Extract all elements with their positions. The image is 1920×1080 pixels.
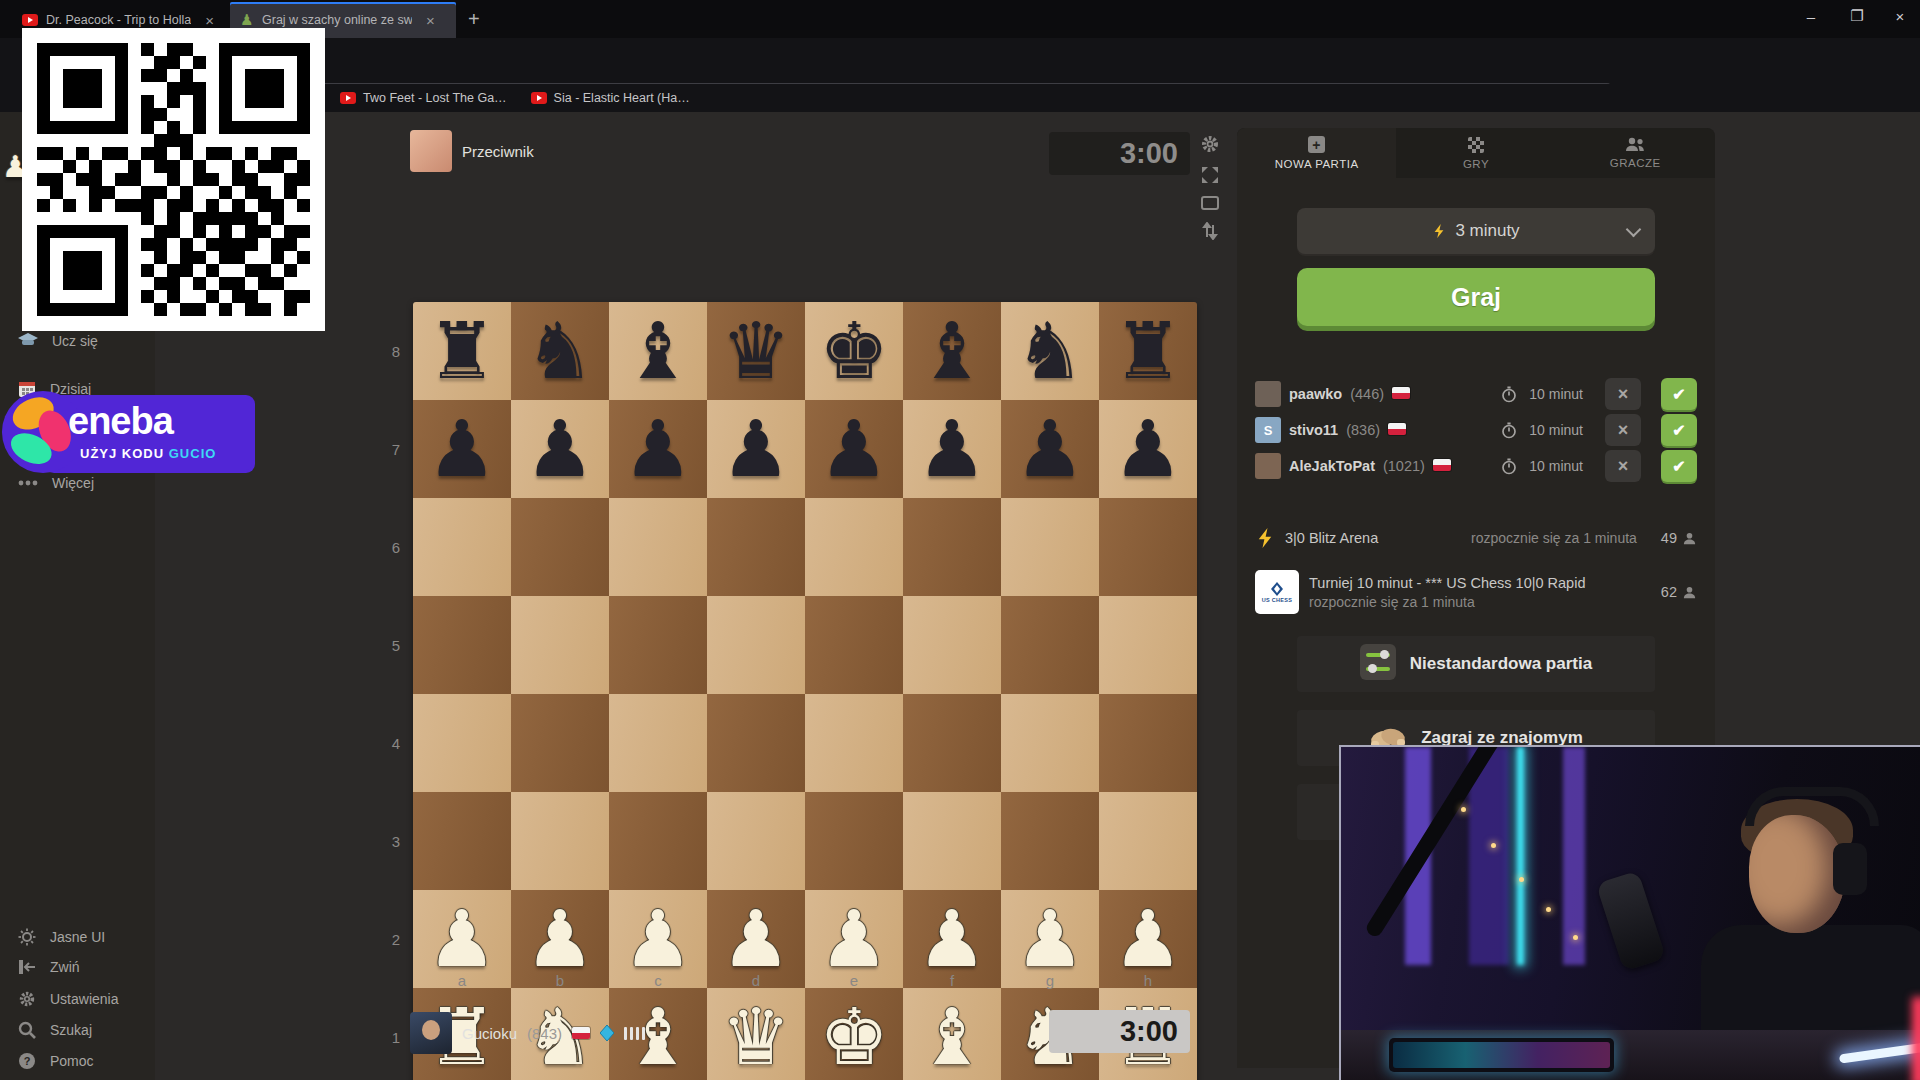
qr-module bbox=[128, 147, 141, 160]
qr-module bbox=[284, 95, 297, 108]
square-a7[interactable]: ♟ bbox=[413, 400, 511, 498]
qr-module bbox=[271, 212, 284, 225]
qr-module bbox=[219, 277, 232, 290]
qr-code-overlay bbox=[22, 28, 325, 331]
search-icon bbox=[18, 1021, 36, 1039]
square-f3[interactable] bbox=[903, 792, 1001, 890]
qr-module bbox=[102, 108, 115, 121]
qr-module bbox=[206, 134, 219, 147]
qr-module bbox=[193, 290, 206, 303]
piece-black-pawn[interactable]: ♟ bbox=[1015, 410, 1085, 488]
play-button[interactable]: Graj bbox=[1297, 268, 1655, 326]
qr-module bbox=[167, 147, 180, 160]
square-b6[interactable] bbox=[511, 498, 609, 596]
piece-black-rook[interactable]: ♜ bbox=[427, 312, 497, 390]
piece-black-pawn[interactable]: ♟ bbox=[525, 410, 595, 488]
action-label: Niestandardowa partia bbox=[1410, 654, 1592, 674]
qr-module bbox=[297, 290, 310, 303]
qr-module bbox=[89, 212, 102, 225]
board-controls bbox=[1200, 134, 1220, 240]
qr-module bbox=[115, 290, 128, 303]
qr-module bbox=[271, 134, 284, 147]
accept-challenge-button[interactable]: ✔ bbox=[1661, 414, 1697, 446]
piece-black-king[interactable]: ♚ bbox=[819, 312, 889, 390]
sidebar-item-szukaj[interactable]: Szukaj bbox=[18, 1021, 92, 1039]
accept-challenge-button[interactable]: ✔ bbox=[1661, 450, 1697, 482]
square-h5[interactable] bbox=[1099, 596, 1197, 694]
rank-label-3: 3 bbox=[386, 833, 406, 850]
qr-module bbox=[180, 82, 193, 95]
qr-module bbox=[245, 264, 258, 277]
qr-module bbox=[50, 173, 63, 186]
square-d4[interactable] bbox=[707, 694, 805, 792]
qr-module bbox=[50, 82, 63, 95]
piece-black-bishop[interactable]: ♝ bbox=[917, 312, 987, 390]
rank-label-4: 4 bbox=[386, 735, 406, 752]
qr-module bbox=[245, 108, 258, 121]
challenger-name: AleJakToPat bbox=[1289, 458, 1375, 474]
new-tab-button[interactable]: + bbox=[468, 8, 480, 31]
piece-white-pawn[interactable]: ♟ bbox=[427, 900, 497, 978]
qr-module bbox=[232, 238, 245, 251]
qr-module bbox=[297, 134, 310, 147]
qr-module bbox=[232, 290, 245, 303]
player-info: Gucioku (843) bbox=[410, 1012, 645, 1054]
qr-module bbox=[271, 43, 284, 56]
square-d6[interactable] bbox=[707, 498, 805, 596]
square-g4[interactable] bbox=[1001, 694, 1099, 792]
piece-white-pawn[interactable]: ♟ bbox=[1015, 900, 1085, 978]
square-f1[interactable]: ♝ bbox=[903, 988, 1001, 1080]
qr-module bbox=[115, 147, 128, 160]
qr-module bbox=[128, 160, 141, 173]
square-e7[interactable]: ♟ bbox=[805, 400, 903, 498]
piece-black-rook[interactable]: ♜ bbox=[1113, 312, 1183, 390]
qr-module bbox=[76, 108, 89, 121]
qr-module bbox=[63, 82, 76, 95]
qr-module bbox=[258, 264, 271, 277]
qr-module bbox=[297, 264, 310, 277]
tournament-row[interactable]: 3|0 Blitz Arenarozpocznie się za 1 minut… bbox=[1255, 520, 1697, 556]
qr-module bbox=[102, 303, 115, 316]
challenger-name: paawko bbox=[1289, 386, 1342, 402]
qr-module bbox=[297, 95, 310, 108]
qr-module bbox=[245, 199, 258, 212]
qr-module bbox=[206, 43, 219, 56]
qr-module bbox=[89, 238, 102, 251]
qr-module bbox=[245, 173, 258, 186]
tab-close-icon[interactable]: × bbox=[426, 12, 435, 29]
square-d3[interactable] bbox=[707, 792, 805, 890]
qr-module bbox=[154, 290, 167, 303]
qr-module bbox=[193, 173, 206, 186]
qr-module bbox=[271, 251, 284, 264]
square-b8[interactable]: ♞ bbox=[511, 302, 609, 400]
panel-tab-gry[interactable]: GRY bbox=[1396, 128, 1555, 178]
qr-module bbox=[193, 212, 206, 225]
qr-module bbox=[154, 173, 167, 186]
qr-module bbox=[232, 277, 245, 290]
action-custom-game[interactable]: Niestandardowa partia bbox=[1297, 636, 1655, 692]
qr-module bbox=[232, 186, 245, 199]
qr-module bbox=[219, 199, 232, 212]
file-label-c: c bbox=[648, 972, 668, 989]
sidebar-item-ustawienia[interactable]: Ustawienia bbox=[18, 990, 118, 1008]
qr-module bbox=[245, 43, 258, 56]
opponent-info: Przeciwnik bbox=[410, 130, 534, 172]
square-g7[interactable]: ♟ bbox=[1001, 400, 1099, 498]
qr-module bbox=[102, 251, 115, 264]
square-f4[interactable] bbox=[903, 694, 1001, 792]
square-e8[interactable]: ♚ bbox=[805, 302, 903, 400]
qr-module bbox=[141, 238, 154, 251]
poland-flag-icon bbox=[1392, 387, 1410, 399]
square-h6[interactable] bbox=[1099, 498, 1197, 596]
square-b5[interactable] bbox=[511, 596, 609, 694]
square-e1[interactable]: ♚ bbox=[805, 988, 903, 1080]
qr-module bbox=[37, 251, 50, 264]
piece-white-pawn[interactable]: ♟ bbox=[623, 900, 693, 978]
qr-module bbox=[154, 186, 167, 199]
qr-module bbox=[297, 186, 310, 199]
qr-module bbox=[50, 303, 63, 316]
qr-module bbox=[128, 69, 141, 82]
qr-module bbox=[284, 290, 297, 303]
fullscreen-expand-icon[interactable] bbox=[1201, 166, 1219, 184]
qr-module bbox=[63, 134, 76, 147]
theater-mode-icon[interactable] bbox=[1201, 196, 1219, 210]
qr-module bbox=[284, 56, 297, 69]
qr-module bbox=[63, 251, 76, 264]
qr-module bbox=[245, 56, 258, 69]
stopwatch-icon bbox=[1501, 386, 1517, 403]
qr-module bbox=[232, 108, 245, 121]
square-f7[interactable]: ♟ bbox=[903, 400, 1001, 498]
piece-white-pawn[interactable]: ♟ bbox=[525, 900, 595, 978]
qr-module bbox=[219, 251, 232, 264]
square-g5[interactable] bbox=[1001, 596, 1099, 694]
qr-module bbox=[206, 303, 219, 316]
qr-module bbox=[180, 303, 193, 316]
qr-module bbox=[193, 277, 206, 290]
qr-module bbox=[271, 69, 284, 82]
qr-module bbox=[180, 264, 193, 277]
qr-module bbox=[193, 303, 206, 316]
square-b4[interactable] bbox=[511, 694, 609, 792]
red-light-strip bbox=[1912, 997, 1920, 1080]
qr-module bbox=[167, 134, 180, 147]
piece-black-pawn[interactable]: ♟ bbox=[623, 410, 693, 488]
qr-module bbox=[180, 290, 193, 303]
qr-module bbox=[167, 212, 180, 225]
qr-module bbox=[284, 251, 297, 264]
square-f8[interactable]: ♝ bbox=[903, 302, 1001, 400]
square-h7[interactable]: ♟ bbox=[1099, 400, 1197, 498]
qr-module bbox=[297, 69, 310, 82]
sidebar-item-pomoc[interactable]: ?Pomoc bbox=[18, 1052, 94, 1070]
square-h3[interactable] bbox=[1099, 792, 1197, 890]
piece-white-king[interactable]: ♚ bbox=[819, 998, 889, 1076]
square-h8[interactable]: ♜ bbox=[1099, 302, 1197, 400]
square-b7[interactable]: ♟ bbox=[511, 400, 609, 498]
tournament-row[interactable]: US CHESSTurniej 10 minut - *** US Chess … bbox=[1255, 564, 1697, 620]
qr-module bbox=[180, 134, 193, 147]
square-f6[interactable] bbox=[903, 498, 1001, 596]
qr-module bbox=[76, 251, 89, 264]
accept-challenge-button[interactable]: ✔ bbox=[1661, 378, 1697, 410]
qr-module bbox=[284, 69, 297, 82]
window-minimize-button[interactable]: – bbox=[1788, 0, 1834, 32]
qr-module bbox=[115, 134, 128, 147]
decline-challenge-button[interactable]: × bbox=[1605, 450, 1641, 482]
qr-module bbox=[128, 264, 141, 277]
piece-black-bishop[interactable]: ♝ bbox=[623, 312, 693, 390]
qr-module bbox=[154, 199, 167, 212]
square-c4[interactable] bbox=[609, 694, 707, 792]
qr-module bbox=[284, 277, 297, 290]
qr-module bbox=[50, 199, 63, 212]
square-d8[interactable]: ♛ bbox=[707, 302, 805, 400]
square-c3[interactable] bbox=[609, 792, 707, 890]
svg-text:?: ? bbox=[24, 1055, 31, 1067]
square-e4[interactable] bbox=[805, 694, 903, 792]
qr-module bbox=[89, 147, 102, 160]
square-g3[interactable] bbox=[1001, 792, 1099, 890]
square-c6[interactable] bbox=[609, 498, 707, 596]
qr-module bbox=[141, 43, 154, 56]
qr-module bbox=[245, 95, 258, 108]
piece-black-knight[interactable]: ♞ bbox=[1015, 312, 1085, 390]
qr-module bbox=[297, 238, 310, 251]
time-control-dropdown[interactable]: 3 minuty bbox=[1297, 208, 1655, 254]
qr-module bbox=[115, 121, 128, 134]
piece-white-queen[interactable]: ♛ bbox=[721, 998, 791, 1076]
file-label-e: e bbox=[844, 972, 864, 989]
qr-module bbox=[89, 108, 102, 121]
square-g6[interactable] bbox=[1001, 498, 1099, 596]
piece-black-pawn[interactable]: ♟ bbox=[427, 410, 497, 488]
qr-module bbox=[271, 264, 284, 277]
players-tab-icon bbox=[1625, 137, 1645, 152]
qr-module bbox=[232, 212, 245, 225]
webcam-overlay bbox=[1339, 745, 1920, 1080]
player-clock: 3:00 bbox=[1049, 1010, 1190, 1053]
qr-module bbox=[232, 264, 245, 277]
tournament-player-count: 49 bbox=[1661, 530, 1697, 546]
rgb-keyboard bbox=[1389, 1038, 1614, 1072]
qr-module bbox=[284, 160, 297, 173]
panel-tab-label: GRACZE bbox=[1610, 157, 1661, 169]
qr-module bbox=[63, 225, 76, 238]
piece-white-pawn[interactable]: ♟ bbox=[819, 900, 889, 978]
qr-module bbox=[50, 264, 63, 277]
tab-close-icon[interactable]: × bbox=[205, 12, 214, 29]
tournament-starts: rozpocznie się za 1 minuta bbox=[1309, 594, 1585, 610]
square-d7[interactable]: ♟ bbox=[707, 400, 805, 498]
qr-module bbox=[128, 134, 141, 147]
decline-challenge-button[interactable]: × bbox=[1605, 414, 1641, 446]
challenge-row: Sstivo11(836)10 minut×✔ bbox=[1255, 414, 1697, 446]
decline-challenge-button[interactable]: × bbox=[1605, 378, 1641, 410]
qr-module bbox=[245, 134, 258, 147]
square-a6[interactable] bbox=[413, 498, 511, 596]
time-control-value: 3 minuty bbox=[1455, 221, 1519, 241]
qr-module bbox=[271, 225, 284, 238]
qr-module bbox=[115, 238, 128, 251]
qr-module bbox=[115, 251, 128, 264]
qr-module bbox=[115, 43, 128, 56]
qr-module bbox=[141, 251, 154, 264]
window-restore-button[interactable]: ❐ bbox=[1834, 0, 1880, 32]
qr-module bbox=[76, 121, 89, 134]
qr-module bbox=[102, 147, 115, 160]
sidebar-item-zwi-[interactable]: Zwiń bbox=[18, 959, 80, 975]
bookmark-item[interactable]: Sia - Elastic Heart (Ha… bbox=[531, 91, 690, 105]
qr-module bbox=[76, 238, 89, 251]
poland-flag-icon bbox=[572, 1027, 590, 1039]
window-close-button[interactable]: × bbox=[1880, 0, 1920, 32]
square-g8[interactable]: ♞ bbox=[1001, 302, 1099, 400]
piece-white-pawn[interactable]: ♟ bbox=[917, 900, 987, 978]
square-a5[interactable] bbox=[413, 596, 511, 694]
poland-flag-icon bbox=[1433, 459, 1451, 471]
qr-module bbox=[115, 69, 128, 82]
qr-module bbox=[245, 121, 258, 134]
qr-module bbox=[115, 186, 128, 199]
qr-module bbox=[89, 56, 102, 69]
piece-white-pawn[interactable]: ♟ bbox=[1113, 900, 1183, 978]
panel-tab-nowa-partia[interactable]: +NOWA PARTIA bbox=[1237, 128, 1396, 178]
rank-label-6: 6 bbox=[386, 539, 406, 556]
qr-module bbox=[245, 225, 258, 238]
piece-black-knight[interactable]: ♞ bbox=[525, 312, 595, 390]
qr-module bbox=[258, 82, 271, 95]
qr-module bbox=[128, 277, 141, 290]
sidebar-item-jasne-ui[interactable]: Jasne UI bbox=[18, 928, 105, 946]
qr-module bbox=[245, 69, 258, 82]
qr-module bbox=[180, 121, 193, 134]
light-icon bbox=[18, 928, 36, 946]
qr-module bbox=[128, 212, 141, 225]
qr-module bbox=[89, 290, 102, 303]
qr-module bbox=[258, 251, 271, 264]
qr-module bbox=[167, 43, 180, 56]
qr-module bbox=[271, 290, 284, 303]
sidebar-item-label: Szukaj bbox=[50, 1022, 92, 1038]
piece-white-bishop[interactable]: ♝ bbox=[917, 998, 987, 1076]
piece-black-queen[interactable]: ♛ bbox=[721, 312, 791, 390]
qr-module bbox=[37, 56, 50, 69]
uschess-tournament-icon: US CHESS bbox=[1255, 570, 1299, 614]
qr-module bbox=[232, 56, 245, 69]
piece-black-pawn[interactable]: ♟ bbox=[1113, 410, 1183, 488]
square-c7[interactable]: ♟ bbox=[609, 400, 707, 498]
qr-module bbox=[232, 225, 245, 238]
more-icon bbox=[18, 480, 38, 486]
qr-module bbox=[271, 147, 284, 160]
qr-module bbox=[245, 251, 258, 264]
qr-module bbox=[50, 134, 63, 147]
qr-module bbox=[63, 212, 76, 225]
qr-module bbox=[154, 134, 167, 147]
panel-tab-gracze[interactable]: GRACZE bbox=[1556, 128, 1715, 178]
sidebar-item-ucz-si-[interactable]: Ucz się bbox=[18, 333, 98, 349]
qr-module bbox=[271, 277, 284, 290]
qr-module bbox=[63, 264, 76, 277]
qr-module bbox=[245, 290, 258, 303]
qr-module bbox=[219, 264, 232, 277]
square-c8[interactable]: ♝ bbox=[609, 302, 707, 400]
square-d5[interactable] bbox=[707, 596, 805, 694]
board-settings-gear-icon[interactable] bbox=[1200, 134, 1220, 154]
qr-module bbox=[50, 186, 63, 199]
qr-module bbox=[180, 225, 193, 238]
sidebar-item-label: Jasne UI bbox=[50, 929, 105, 945]
tournament-title: Turniej 10 minut - *** US Chess 10|0 Rap… bbox=[1309, 575, 1585, 591]
qr-module bbox=[50, 290, 63, 303]
square-e3[interactable] bbox=[805, 792, 903, 890]
challenger-avatar bbox=[1255, 381, 1281, 407]
square-c5[interactable] bbox=[609, 596, 707, 694]
piece-black-pawn[interactable]: ♟ bbox=[917, 410, 987, 488]
qr-module bbox=[115, 277, 128, 290]
microphone bbox=[1596, 870, 1666, 971]
qr-module bbox=[167, 290, 180, 303]
qr-module bbox=[50, 43, 63, 56]
square-a8[interactable]: ♜ bbox=[413, 302, 511, 400]
challenger-name: stivo11 bbox=[1289, 422, 1338, 438]
qr-module bbox=[102, 121, 115, 134]
rank-label-7: 7 bbox=[386, 441, 406, 458]
qr-module bbox=[284, 147, 297, 160]
qr-module bbox=[89, 134, 102, 147]
qr-module bbox=[115, 95, 128, 108]
qr-module bbox=[63, 160, 76, 173]
qr-module bbox=[245, 277, 258, 290]
piece-white-pawn[interactable]: ♟ bbox=[721, 900, 791, 978]
qr-module bbox=[206, 212, 219, 225]
qr-module bbox=[219, 108, 232, 121]
piece-black-pawn[interactable]: ♟ bbox=[819, 410, 889, 488]
square-b3[interactable] bbox=[511, 792, 609, 890]
qr-module bbox=[141, 212, 154, 225]
bolt-tournament-icon bbox=[1255, 526, 1275, 550]
square-e6[interactable] bbox=[805, 498, 903, 596]
qr-module bbox=[63, 108, 76, 121]
qr-module bbox=[219, 43, 232, 56]
qr-module bbox=[193, 121, 206, 134]
qr-module bbox=[37, 134, 50, 147]
file-label-a: a bbox=[452, 972, 472, 989]
qr-module bbox=[258, 43, 271, 56]
qr-module bbox=[37, 212, 50, 225]
piece-black-pawn[interactable]: ♟ bbox=[721, 410, 791, 488]
qr-module bbox=[206, 147, 219, 160]
qr-module bbox=[141, 303, 154, 316]
square-e5[interactable] bbox=[805, 596, 903, 694]
square-a4[interactable] bbox=[413, 694, 511, 792]
square-h4[interactable] bbox=[1099, 694, 1197, 792]
square-f5[interactable] bbox=[903, 596, 1001, 694]
square-a3[interactable] bbox=[413, 792, 511, 890]
square-d1[interactable]: ♛ bbox=[707, 988, 805, 1080]
qr-module bbox=[258, 69, 271, 82]
bookmark-item[interactable]: Two Feet - Lost The Ga… bbox=[340, 91, 507, 105]
flip-board-icon[interactable] bbox=[1202, 222, 1218, 240]
qr-module bbox=[271, 303, 284, 316]
qr-module bbox=[76, 43, 89, 56]
qr-module bbox=[193, 186, 206, 199]
